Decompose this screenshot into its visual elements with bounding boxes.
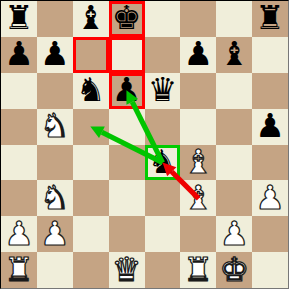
square-g3[interactable] — [216, 180, 252, 216]
piece-black-bishop[interactable]: ♝ — [76, 1, 106, 34]
square-e7[interactable] — [145, 37, 181, 73]
square-d5[interactable] — [109, 109, 145, 145]
square-f7[interactable]: ♟ — [180, 37, 216, 73]
square-a3[interactable] — [1, 180, 37, 216]
square-d6[interactable]: ♟ — [109, 73, 145, 109]
piece-white-rook[interactable]: ♜ — [184, 253, 214, 286]
piece-white-bishop[interactable]: ♝ — [184, 181, 214, 214]
square-g6[interactable] — [216, 73, 252, 109]
square-g4[interactable] — [216, 145, 252, 181]
square-b3[interactable]: ♞ — [37, 180, 73, 216]
square-h7[interactable] — [252, 37, 288, 73]
square-h3[interactable]: ♟ — [252, 180, 288, 216]
square-c2[interactable] — [73, 216, 109, 252]
square-a7[interactable]: ♟ — [1, 37, 37, 73]
square-a1[interactable]: ♜ — [1, 252, 37, 288]
square-e6[interactable]: ♛ — [145, 73, 181, 109]
piece-black-knight[interactable]: ♞ — [76, 73, 106, 106]
board-squares: ♜♝♚♜♟♟♟♝♞♟♛♞♟♞♝♞♝♟♟♟♟♜♛♜♚ — [0, 0, 289, 289]
piece-black-pawn[interactable]: ♟ — [255, 109, 285, 142]
square-b2[interactable]: ♟ — [37, 216, 73, 252]
square-a6[interactable] — [1, 73, 37, 109]
square-d1[interactable]: ♛ — [109, 252, 145, 288]
piece-black-pawn[interactable]: ♟ — [184, 37, 214, 70]
piece-white-pawn[interactable]: ♟ — [219, 217, 249, 250]
square-b7[interactable]: ♟ — [37, 37, 73, 73]
piece-black-knight[interactable]: ♞ — [148, 145, 178, 178]
square-e4[interactable]: ♞ — [145, 145, 181, 181]
square-e3[interactable] — [145, 180, 181, 216]
square-h4[interactable] — [252, 145, 288, 181]
square-f3[interactable]: ♝ — [180, 180, 216, 216]
square-c7[interactable] — [73, 37, 109, 73]
piece-white-pawn[interactable]: ♟ — [4, 217, 34, 250]
square-c4[interactable] — [73, 145, 109, 181]
piece-white-pawn[interactable]: ♟ — [255, 181, 285, 214]
square-h1[interactable] — [252, 252, 288, 288]
square-c5[interactable] — [73, 109, 109, 145]
piece-black-pawn[interactable]: ♟ — [40, 37, 70, 70]
square-e1[interactable] — [145, 252, 181, 288]
square-b4[interactable] — [37, 145, 73, 181]
square-d7[interactable] — [109, 37, 145, 73]
square-f6[interactable] — [180, 73, 216, 109]
square-g2[interactable]: ♟ — [216, 216, 252, 252]
piece-white-knight[interactable]: ♞ — [40, 181, 70, 214]
square-b5[interactable]: ♞ — [37, 109, 73, 145]
chess-board: ♜♝♚♜♟♟♟♝♞♟♛♞♟♞♝♞♝♟♟♟♟♜♛♜♚ — [0, 0, 289, 289]
square-d4[interactable] — [109, 145, 145, 181]
square-b6[interactable] — [37, 73, 73, 109]
square-c8[interactable]: ♝ — [73, 1, 109, 37]
square-a8[interactable]: ♜ — [1, 1, 37, 37]
square-h8[interactable]: ♜ — [252, 1, 288, 37]
square-b1[interactable] — [37, 252, 73, 288]
piece-white-knight[interactable]: ♞ — [40, 109, 70, 142]
square-a4[interactable] — [1, 145, 37, 181]
square-f5[interactable] — [180, 109, 216, 145]
piece-white-rook[interactable]: ♜ — [4, 253, 34, 286]
square-h5[interactable]: ♟ — [252, 109, 288, 145]
square-h2[interactable] — [252, 216, 288, 252]
piece-black-king[interactable]: ♚ — [112, 1, 142, 34]
square-e5[interactable] — [145, 109, 181, 145]
square-f8[interactable] — [180, 1, 216, 37]
square-c6[interactable]: ♞ — [73, 73, 109, 109]
square-f1[interactable]: ♜ — [180, 252, 216, 288]
piece-black-pawn[interactable]: ♟ — [112, 73, 142, 106]
square-d2[interactable] — [109, 216, 145, 252]
piece-black-queen[interactable]: ♛ — [148, 73, 178, 106]
square-f4[interactable]: ♝ — [180, 145, 216, 181]
piece-white-queen[interactable]: ♛ — [112, 253, 142, 286]
square-g5[interactable] — [216, 109, 252, 145]
piece-white-bishop[interactable]: ♝ — [184, 145, 214, 178]
piece-black-rook[interactable]: ♜ — [255, 1, 285, 34]
square-g7[interactable]: ♝ — [216, 37, 252, 73]
square-e8[interactable] — [145, 1, 181, 37]
piece-black-bishop[interactable]: ♝ — [219, 37, 249, 70]
square-c3[interactable] — [73, 180, 109, 216]
piece-white-king[interactable]: ♚ — [219, 253, 249, 286]
square-g8[interactable] — [216, 1, 252, 37]
square-a2[interactable]: ♟ — [1, 216, 37, 252]
piece-white-pawn[interactable]: ♟ — [40, 217, 70, 250]
square-f2[interactable] — [180, 216, 216, 252]
piece-black-pawn[interactable]: ♟ — [4, 37, 34, 70]
square-a5[interactable] — [1, 109, 37, 145]
square-d8[interactable]: ♚ — [109, 1, 145, 37]
square-h6[interactable] — [252, 73, 288, 109]
square-e2[interactable] — [145, 216, 181, 252]
square-b8[interactable] — [37, 1, 73, 37]
piece-black-rook[interactable]: ♜ — [4, 1, 34, 34]
square-d3[interactable] — [109, 180, 145, 216]
square-g1[interactable]: ♚ — [216, 252, 252, 288]
square-c1[interactable] — [73, 252, 109, 288]
